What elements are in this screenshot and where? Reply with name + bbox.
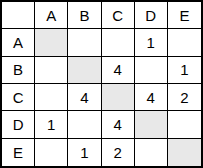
- corner-cell: [2, 2, 35, 29]
- cell-E-A: [35, 139, 68, 166]
- cell-D-E: [168, 111, 201, 138]
- row-header-D: D: [2, 111, 35, 138]
- cell-D-C: 4: [102, 111, 135, 138]
- cell-D-D: [135, 111, 168, 138]
- col-header-D: D: [135, 2, 168, 29]
- col-header-A: A: [35, 2, 68, 29]
- cell-E-E: [168, 139, 201, 166]
- cell-D-A: 1: [35, 111, 68, 138]
- distance-matrix-table: A B C D E A 1 B 4 1 C 4 4 2 D 1 4 E 1 2: [0, 0, 203, 168]
- cell-B-E: 1: [168, 57, 201, 84]
- row-header-B: B: [2, 57, 35, 84]
- cell-A-E: [168, 29, 201, 56]
- row-header-C: C: [2, 84, 35, 111]
- row-header-A: A: [2, 29, 35, 56]
- cell-E-D: [135, 139, 168, 166]
- cell-A-B: [68, 29, 101, 56]
- cell-C-A: [35, 84, 68, 111]
- cell-C-D: 4: [135, 84, 168, 111]
- cell-B-A: [35, 57, 68, 84]
- cell-B-C: 4: [102, 57, 135, 84]
- cell-B-B: [68, 57, 101, 84]
- cell-A-C: [102, 29, 135, 56]
- cell-C-B: 4: [68, 84, 101, 111]
- col-header-C: C: [102, 2, 135, 29]
- cell-D-B: [68, 111, 101, 138]
- cell-A-A: [35, 29, 68, 56]
- cell-E-C: 2: [102, 139, 135, 166]
- cell-A-D: 1: [135, 29, 168, 56]
- cell-E-B: 1: [68, 139, 101, 166]
- col-header-B: B: [68, 2, 101, 29]
- cell-C-E: 2: [168, 84, 201, 111]
- cell-B-D: [135, 57, 168, 84]
- col-header-E: E: [168, 2, 201, 29]
- cell-C-C: [102, 84, 135, 111]
- row-header-E: E: [2, 139, 35, 166]
